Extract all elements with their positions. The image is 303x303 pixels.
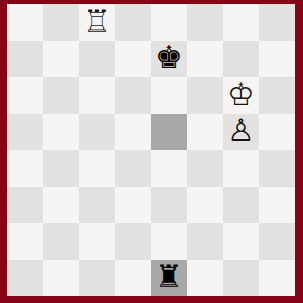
square-e5[interactable] <box>151 114 187 151</box>
square-f8[interactable] <box>187 4 223 41</box>
square-d2[interactable] <box>115 223 151 260</box>
square-d6[interactable] <box>115 77 151 114</box>
chess-board: ♖♚♔♙♜ <box>7 4 295 296</box>
square-g7[interactable] <box>223 41 259 78</box>
square-h8[interactable] <box>259 4 295 41</box>
square-e8[interactable] <box>151 4 187 41</box>
square-a8[interactable] <box>7 4 43 41</box>
square-g8[interactable] <box>223 4 259 41</box>
square-d5[interactable] <box>115 114 151 151</box>
black-rook[interactable]: ♜ <box>155 261 183 292</box>
square-c7[interactable] <box>79 41 115 78</box>
square-d8[interactable] <box>115 4 151 41</box>
square-d3[interactable] <box>115 187 151 224</box>
square-f7[interactable] <box>187 41 223 78</box>
square-c4[interactable] <box>79 150 115 187</box>
square-h4[interactable] <box>259 150 295 187</box>
square-h3[interactable] <box>259 187 295 224</box>
square-f4[interactable] <box>187 150 223 187</box>
square-c1[interactable] <box>79 260 115 297</box>
square-d7[interactable] <box>115 41 151 78</box>
square-b8[interactable] <box>43 4 79 41</box>
square-b2[interactable] <box>43 223 79 260</box>
square-a4[interactable] <box>7 150 43 187</box>
square-g3[interactable] <box>223 187 259 224</box>
square-c6[interactable] <box>79 77 115 114</box>
square-f2[interactable] <box>187 223 223 260</box>
white-rook[interactable]: ♖ <box>83 6 111 37</box>
square-f6[interactable] <box>187 77 223 114</box>
square-b6[interactable] <box>43 77 79 114</box>
square-d1[interactable] <box>115 260 151 297</box>
square-b7[interactable] <box>43 41 79 78</box>
square-h6[interactable] <box>259 77 295 114</box>
square-e6[interactable] <box>151 77 187 114</box>
board-frame: ♖♚♔♙♜ <box>0 0 303 303</box>
white-pawn[interactable]: ♙ <box>227 115 255 146</box>
square-b1[interactable] <box>43 260 79 297</box>
square-f5[interactable] <box>187 114 223 151</box>
square-a1[interactable] <box>7 260 43 297</box>
square-g2[interactable] <box>223 223 259 260</box>
square-a6[interactable] <box>7 77 43 114</box>
square-b3[interactable] <box>43 187 79 224</box>
square-g1[interactable] <box>223 260 259 297</box>
square-c8[interactable]: ♖ <box>79 4 115 41</box>
square-e7[interactable]: ♚ <box>151 41 187 78</box>
square-f3[interactable] <box>187 187 223 224</box>
square-b5[interactable] <box>43 114 79 151</box>
square-b4[interactable] <box>43 150 79 187</box>
square-h1[interactable] <box>259 260 295 297</box>
square-h2[interactable] <box>259 223 295 260</box>
square-d4[interactable] <box>115 150 151 187</box>
square-h5[interactable] <box>259 114 295 151</box>
square-e1[interactable]: ♜ <box>151 260 187 297</box>
square-h7[interactable] <box>259 41 295 78</box>
square-a2[interactable] <box>7 223 43 260</box>
square-g5[interactable]: ♙ <box>223 114 259 151</box>
square-a3[interactable] <box>7 187 43 224</box>
square-e3[interactable] <box>151 187 187 224</box>
square-c3[interactable] <box>79 187 115 224</box>
square-e2[interactable] <box>151 223 187 260</box>
square-g6[interactable]: ♔ <box>223 77 259 114</box>
square-e4[interactable] <box>151 150 187 187</box>
black-king[interactable]: ♚ <box>155 42 183 73</box>
square-g4[interactable] <box>223 150 259 187</box>
square-a7[interactable] <box>7 41 43 78</box>
white-king[interactable]: ♔ <box>227 79 255 110</box>
square-c2[interactable] <box>79 223 115 260</box>
square-a5[interactable] <box>7 114 43 151</box>
square-f1[interactable] <box>187 260 223 297</box>
square-c5[interactable] <box>79 114 115 151</box>
